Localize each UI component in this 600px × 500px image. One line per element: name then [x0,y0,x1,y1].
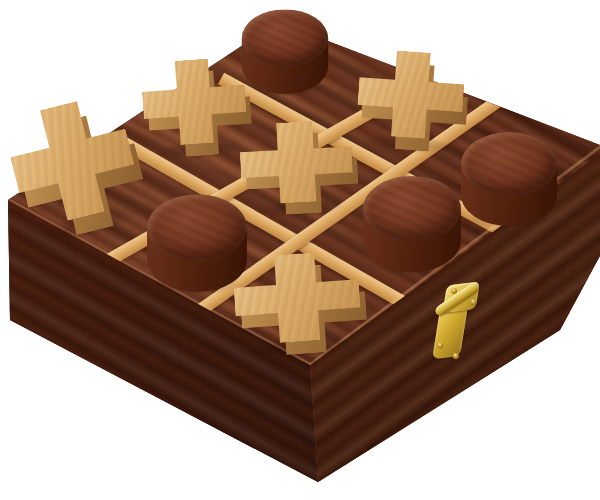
o-piece-top [147,194,247,261]
o-piece-top [363,176,461,241]
piece-x[interactable] [142,28,254,156]
piece-x[interactable] [245,226,357,354]
piece-o[interactable] [461,132,557,226]
piece-x[interactable] [243,86,355,214]
o-piece-top [242,9,328,67]
product-photo [0,0,600,500]
o-piece-top [461,132,557,196]
piece-x[interactable] [34,104,146,232]
piece-o[interactable] [149,198,245,292]
piece-o[interactable] [364,178,460,272]
pieces-layer [0,0,600,500]
piece-x[interactable] [351,22,463,150]
x-piece-top [238,119,354,205]
